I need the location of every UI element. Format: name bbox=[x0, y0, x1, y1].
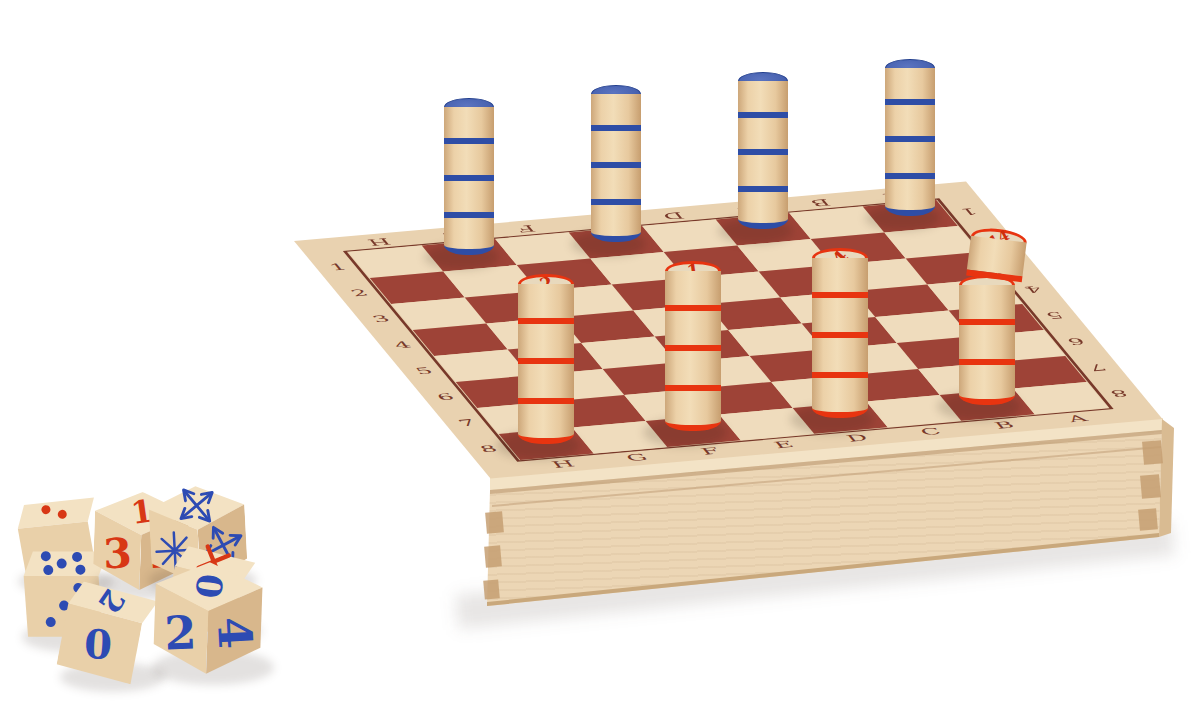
die-number-0: 0 bbox=[83, 624, 113, 665]
photo-scene-wooden-game-box: HGFEDCBA HGFEDCBA 12345678 12345678 1441… bbox=[0, 0, 1200, 704]
die-blue-024[interactable]: 024 bbox=[148, 558, 268, 678]
die-blue-20[interactable]: 20 bbox=[51, 577, 165, 691]
dice-layer: 132 20024 bbox=[0, 0, 1200, 704]
die-number-0: 0 bbox=[190, 571, 228, 599]
die-number-3: 3 bbox=[102, 533, 132, 575]
die-number-4: 4 bbox=[210, 616, 258, 650]
die-number-2: 2 bbox=[164, 610, 198, 657]
